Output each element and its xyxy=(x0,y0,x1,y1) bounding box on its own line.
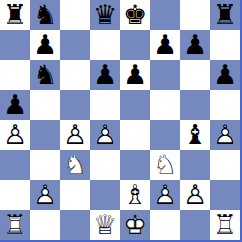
square-c8[interactable] xyxy=(60,0,90,30)
black-pawn[interactable]: ♟ xyxy=(150,30,180,60)
white-pawn-outline: ♙ xyxy=(30,180,60,210)
square-d6[interactable]: ♟ xyxy=(90,60,120,90)
square-d1[interactable]: ♛♕ xyxy=(90,210,120,240)
black-bishop-glyph: ♝ xyxy=(180,120,210,150)
square-e3[interactable] xyxy=(120,150,150,180)
square-b7[interactable]: ♟ xyxy=(30,30,60,60)
square-f6[interactable] xyxy=(150,60,180,90)
white-rook-outline: ♖ xyxy=(210,210,240,240)
black-pawn-glyph: ♟ xyxy=(180,30,210,60)
square-g1[interactable] xyxy=(180,210,210,240)
black-pawn[interactable]: ♟ xyxy=(0,90,30,120)
square-b4[interactable] xyxy=(30,120,60,150)
black-king[interactable]: ♚ xyxy=(120,0,150,30)
square-h8[interactable]: ♜ xyxy=(210,0,240,30)
square-c4[interactable]: ♟♙ xyxy=(60,120,90,150)
square-f5[interactable] xyxy=(150,90,180,120)
white-pawn-outline: ♙ xyxy=(180,180,210,210)
square-g5[interactable] xyxy=(180,90,210,120)
white-rook-outline: ♖ xyxy=(0,210,30,240)
square-h3[interactable] xyxy=(210,150,240,180)
square-h6[interactable]: ♟ xyxy=(210,60,240,90)
square-g8[interactable] xyxy=(180,0,210,30)
square-b3[interactable] xyxy=(30,150,60,180)
square-d5[interactable] xyxy=(90,90,120,120)
black-pawn-glyph: ♟ xyxy=(0,90,30,120)
square-b6[interactable]: ♞ xyxy=(30,60,60,90)
white-pawn-outline: ♙ xyxy=(210,120,240,150)
white-queen-outline: ♕ xyxy=(90,210,120,240)
square-h4[interactable]: ♟♙ xyxy=(210,120,240,150)
square-b2[interactable]: ♟♙ xyxy=(30,180,60,210)
square-f2[interactable]: ♟♙ xyxy=(150,180,180,210)
square-b1[interactable] xyxy=(30,210,60,240)
square-e4[interactable] xyxy=(120,120,150,150)
square-a3[interactable] xyxy=(0,150,30,180)
white-pawn-outline: ♙ xyxy=(60,120,90,150)
black-rook-glyph: ♜ xyxy=(210,0,240,30)
black-knight[interactable]: ♞ xyxy=(30,0,60,30)
black-knight[interactable]: ♞ xyxy=(30,60,60,90)
black-pawn-glyph: ♟ xyxy=(150,30,180,60)
square-f8[interactable] xyxy=(150,0,180,30)
white-pawn[interactable]: ♟♙ xyxy=(0,120,30,150)
square-f7[interactable]: ♟ xyxy=(150,30,180,60)
square-g3[interactable] xyxy=(180,150,210,180)
white-pawn[interactable]: ♟♙ xyxy=(90,120,120,150)
square-h5[interactable] xyxy=(210,90,240,120)
black-pawn[interactable]: ♟ xyxy=(120,60,150,90)
white-pawn[interactable]: ♟♙ xyxy=(210,120,240,150)
square-d2[interactable] xyxy=(90,180,120,210)
white-king[interactable]: ♚♔ xyxy=(120,210,150,240)
square-c1[interactable] xyxy=(60,210,90,240)
square-a2[interactable] xyxy=(0,180,30,210)
square-c7[interactable] xyxy=(60,30,90,60)
white-bishop-outline: ♗ xyxy=(120,180,150,210)
square-a6[interactable] xyxy=(0,60,30,90)
square-e5[interactable] xyxy=(120,90,150,120)
white-pawn[interactable]: ♟♙ xyxy=(180,180,210,210)
square-a8[interactable]: ♜ xyxy=(0,0,30,30)
square-b5[interactable] xyxy=(30,90,60,120)
white-pawn-outline: ♙ xyxy=(150,180,180,210)
square-h2[interactable] xyxy=(210,180,240,210)
black-rook[interactable]: ♜ xyxy=(210,0,240,30)
board-window: ♜♞♛♚♜♟♟♟♞♟♟♟♟♟♙♟♙♟♙♝♟♙♞♘♞♘♟♙♝♗♟♙♟♙♜♖♛♕♚♔… xyxy=(0,0,242,242)
black-bishop[interactable]: ♝ xyxy=(180,120,210,150)
square-d8[interactable]: ♛ xyxy=(90,0,120,30)
square-d3[interactable] xyxy=(90,150,120,180)
square-e7[interactable] xyxy=(120,30,150,60)
square-a5[interactable]: ♟ xyxy=(0,90,30,120)
black-knight-glyph: ♞ xyxy=(30,60,60,90)
chess-board: ♜♞♛♚♜♟♟♟♞♟♟♟♟♟♙♟♙♟♙♝♟♙♞♘♞♘♟♙♝♗♟♙♟♙♜♖♛♕♚♔… xyxy=(0,0,242,242)
square-e6[interactable]: ♟ xyxy=(120,60,150,90)
square-a1[interactable]: ♜♖ xyxy=(0,210,30,240)
white-pawn[interactable]: ♟♙ xyxy=(60,120,90,150)
white-knight-outline: ♘ xyxy=(60,150,90,180)
black-pawn[interactable]: ♟ xyxy=(30,30,60,60)
square-d4[interactable]: ♟♙ xyxy=(90,120,120,150)
black-knight-glyph: ♞ xyxy=(30,0,60,30)
black-pawn[interactable]: ♟ xyxy=(180,30,210,60)
black-pawn[interactable]: ♟ xyxy=(210,60,240,90)
black-king-glyph: ♚ xyxy=(120,0,150,30)
square-f3[interactable]: ♞♘ xyxy=(150,150,180,180)
white-pawn-outline: ♙ xyxy=(0,120,30,150)
square-c3[interactable]: ♞♘ xyxy=(60,150,90,180)
white-queen[interactable]: ♛♕ xyxy=(90,210,120,240)
square-g4[interactable]: ♝ xyxy=(180,120,210,150)
white-pawn[interactable]: ♟♙ xyxy=(30,180,60,210)
square-g6[interactable] xyxy=(180,60,210,90)
white-rook[interactable]: ♜♖ xyxy=(0,210,30,240)
white-bishop[interactable]: ♝♗ xyxy=(120,180,150,210)
square-c6[interactable] xyxy=(60,60,90,90)
square-f1[interactable] xyxy=(150,210,180,240)
square-d7[interactable] xyxy=(90,30,120,60)
square-f4[interactable] xyxy=(150,120,180,150)
square-e8[interactable]: ♚ xyxy=(120,0,150,30)
white-king-outline: ♔ xyxy=(120,210,150,240)
square-h7[interactable] xyxy=(210,30,240,60)
square-g7[interactable]: ♟ xyxy=(180,30,210,60)
black-pawn-glyph: ♟ xyxy=(30,30,60,60)
square-a7[interactable] xyxy=(0,30,30,60)
black-queen-glyph: ♛ xyxy=(90,0,120,30)
square-a4[interactable]: ♟♙ xyxy=(0,120,30,150)
square-e1[interactable]: ♚♔ xyxy=(120,210,150,240)
white-pawn-outline: ♙ xyxy=(90,120,120,150)
black-pawn-glyph: ♟ xyxy=(210,60,240,90)
black-queen[interactable]: ♛ xyxy=(90,0,120,30)
black-rook-glyph: ♜ xyxy=(0,0,30,30)
white-knight-outline: ♘ xyxy=(150,150,180,180)
square-g2[interactable]: ♟♙ xyxy=(180,180,210,210)
black-pawn-glyph: ♟ xyxy=(90,60,120,90)
white-pawn[interactable]: ♟♙ xyxy=(150,180,180,210)
black-rook[interactable]: ♜ xyxy=(0,0,30,30)
black-pawn-glyph: ♟ xyxy=(120,60,150,90)
square-c5[interactable] xyxy=(60,90,90,120)
white-knight[interactable]: ♞♘ xyxy=(60,150,90,180)
white-knight[interactable]: ♞♘ xyxy=(150,150,180,180)
white-rook[interactable]: ♜♖ xyxy=(210,210,240,240)
square-b8[interactable]: ♞ xyxy=(30,0,60,30)
square-h1[interactable]: ♜♖ xyxy=(210,210,240,240)
square-e2[interactable]: ♝♗ xyxy=(120,180,150,210)
square-c2[interactable] xyxy=(60,180,90,210)
black-pawn[interactable]: ♟ xyxy=(90,60,120,90)
